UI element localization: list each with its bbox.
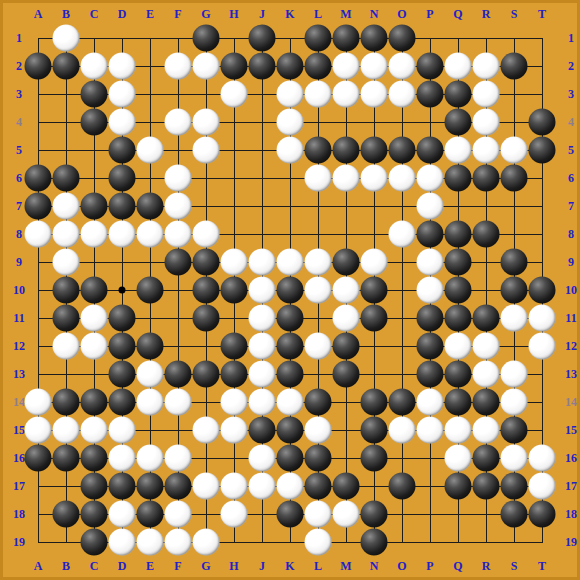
intersection-P16[interactable] [419, 447, 441, 469]
black-stone-J2[interactable] [249, 53, 276, 80]
intersection-E9[interactable] [139, 251, 161, 273]
intersection-Q18[interactable] [447, 503, 469, 525]
black-stone-P5[interactable] [417, 137, 444, 164]
white-stone-R13[interactable] [473, 361, 500, 388]
white-stone-A8[interactable] [25, 221, 52, 248]
intersection-N4[interactable] [363, 111, 385, 133]
intersection-Q7[interactable] [447, 195, 469, 217]
intersection-P18[interactable] [419, 503, 441, 525]
intersection-M16[interactable] [335, 447, 357, 469]
intersection-S1[interactable] [503, 27, 525, 49]
white-stone-E19[interactable] [137, 529, 164, 556]
white-stone-R4[interactable] [473, 109, 500, 136]
black-stone-S2[interactable] [501, 53, 528, 80]
intersection-E2[interactable] [139, 55, 161, 77]
black-stone-K11[interactable] [277, 305, 304, 332]
white-stone-C11[interactable] [81, 305, 108, 332]
intersection-H5[interactable] [223, 139, 245, 161]
black-stone-M1[interactable] [333, 25, 360, 52]
intersection-E3[interactable] [139, 83, 161, 105]
intersection-B5[interactable] [55, 139, 77, 161]
black-stone-C3[interactable] [81, 81, 108, 108]
white-stone-H15[interactable] [221, 417, 248, 444]
intersection-C9[interactable] [83, 251, 105, 273]
black-stone-P11[interactable] [417, 305, 444, 332]
intersection-T14[interactable] [531, 391, 553, 413]
black-stone-J1[interactable] [249, 25, 276, 52]
black-stone-K18[interactable] [277, 501, 304, 528]
white-stone-M10[interactable] [333, 277, 360, 304]
white-stone-B1[interactable] [53, 25, 80, 52]
black-stone-O5[interactable] [389, 137, 416, 164]
black-stone-H2[interactable] [221, 53, 248, 80]
white-stone-O15[interactable] [389, 417, 416, 444]
black-stone-Q11[interactable] [445, 305, 472, 332]
black-stone-S10[interactable] [501, 277, 528, 304]
white-stone-L12[interactable] [305, 333, 332, 360]
intersection-D10[interactable] [111, 279, 133, 301]
black-stone-D17[interactable] [109, 473, 136, 500]
intersection-A10[interactable] [27, 279, 49, 301]
intersection-M7[interactable] [335, 195, 357, 217]
black-stone-N19[interactable] [361, 529, 388, 556]
black-stone-B10[interactable] [53, 277, 80, 304]
black-stone-S17[interactable] [501, 473, 528, 500]
white-stone-D16[interactable] [109, 445, 136, 472]
white-stone-R15[interactable] [473, 417, 500, 444]
intersection-N13[interactable] [363, 363, 385, 385]
intersection-F10[interactable] [167, 279, 189, 301]
white-stone-E16[interactable] [137, 445, 164, 472]
intersection-O13[interactable] [391, 363, 413, 385]
white-stone-G4[interactable] [193, 109, 220, 136]
black-stone-N15[interactable] [361, 417, 388, 444]
black-stone-N11[interactable] [361, 305, 388, 332]
white-stone-J10[interactable] [249, 277, 276, 304]
intersection-C1[interactable] [83, 27, 105, 49]
black-stone-B14[interactable] [53, 389, 80, 416]
intersection-S3[interactable] [503, 83, 525, 105]
black-stone-L17[interactable] [305, 473, 332, 500]
white-stone-J9[interactable] [249, 249, 276, 276]
white-stone-J14[interactable] [249, 389, 276, 416]
intersection-Q19[interactable] [447, 531, 469, 553]
black-stone-E17[interactable] [137, 473, 164, 500]
white-stone-L10[interactable] [305, 277, 332, 304]
black-stone-G11[interactable] [193, 305, 220, 332]
intersection-O7[interactable] [391, 195, 413, 217]
black-stone-L2[interactable] [305, 53, 332, 80]
black-stone-L5[interactable] [305, 137, 332, 164]
black-stone-P8[interactable] [417, 221, 444, 248]
white-stone-Q16[interactable] [445, 445, 472, 472]
black-stone-C16[interactable] [81, 445, 108, 472]
intersection-K19[interactable] [279, 531, 301, 553]
black-stone-E10[interactable] [137, 277, 164, 304]
black-stone-C7[interactable] [81, 193, 108, 220]
intersection-F5[interactable] [167, 139, 189, 161]
white-stone-K9[interactable] [277, 249, 304, 276]
intersection-S4[interactable] [503, 111, 525, 133]
intersection-L4[interactable] [307, 111, 329, 133]
black-stone-P13[interactable] [417, 361, 444, 388]
white-stone-E13[interactable] [137, 361, 164, 388]
white-stone-T16[interactable] [529, 445, 556, 472]
black-stone-M13[interactable] [333, 361, 360, 388]
black-stone-K15[interactable] [277, 417, 304, 444]
intersection-A3[interactable] [27, 83, 49, 105]
white-stone-P14[interactable] [417, 389, 444, 416]
white-stone-M2[interactable] [333, 53, 360, 80]
white-stone-D15[interactable] [109, 417, 136, 444]
intersection-B4[interactable] [55, 111, 77, 133]
white-stone-B7[interactable] [53, 193, 80, 220]
intersection-H16[interactable] [223, 447, 245, 469]
black-stone-F9[interactable] [165, 249, 192, 276]
white-stone-B8[interactable] [53, 221, 80, 248]
white-stone-K4[interactable] [277, 109, 304, 136]
intersection-S12[interactable] [503, 335, 525, 357]
black-stone-K12[interactable] [277, 333, 304, 360]
white-stone-D8[interactable] [109, 221, 136, 248]
black-stone-Q13[interactable] [445, 361, 472, 388]
intersection-H7[interactable] [223, 195, 245, 217]
white-stone-R3[interactable] [473, 81, 500, 108]
black-stone-C4[interactable] [81, 109, 108, 136]
intersection-T2[interactable] [531, 55, 553, 77]
black-stone-N16[interactable] [361, 445, 388, 472]
intersection-O4[interactable] [391, 111, 413, 133]
intersection-P19[interactable] [419, 531, 441, 553]
intersection-D9[interactable] [111, 251, 133, 273]
white-stone-Q12[interactable] [445, 333, 472, 360]
white-stone-K5[interactable] [277, 137, 304, 164]
white-stone-J16[interactable] [249, 445, 276, 472]
black-stone-D14[interactable] [109, 389, 136, 416]
white-stone-H17[interactable] [221, 473, 248, 500]
intersection-B17[interactable] [55, 475, 77, 497]
black-stone-B16[interactable] [53, 445, 80, 472]
white-stone-P15[interactable] [417, 417, 444, 444]
black-stone-N10[interactable] [361, 277, 388, 304]
white-stone-Q15[interactable] [445, 417, 472, 444]
intersection-T7[interactable] [531, 195, 553, 217]
black-stone-O14[interactable] [389, 389, 416, 416]
intersection-K8[interactable] [279, 223, 301, 245]
black-stone-A16[interactable] [25, 445, 52, 472]
black-stone-C17[interactable] [81, 473, 108, 500]
white-stone-O3[interactable] [389, 81, 416, 108]
white-stone-A14[interactable] [25, 389, 52, 416]
intersection-A11[interactable] [27, 307, 49, 329]
black-stone-T10[interactable] [529, 277, 556, 304]
white-stone-O2[interactable] [389, 53, 416, 80]
black-stone-D11[interactable] [109, 305, 136, 332]
intersection-A13[interactable] [27, 363, 49, 385]
intersection-M19[interactable] [335, 531, 357, 553]
intersection-M15[interactable] [335, 419, 357, 441]
intersection-J4[interactable] [251, 111, 273, 133]
intersection-J6[interactable] [251, 167, 273, 189]
white-stone-G5[interactable] [193, 137, 220, 164]
black-stone-Q3[interactable] [445, 81, 472, 108]
intersection-H11[interactable] [223, 307, 245, 329]
intersection-P1[interactable] [419, 27, 441, 49]
intersection-J18[interactable] [251, 503, 273, 525]
white-stone-G2[interactable] [193, 53, 220, 80]
intersection-H19[interactable] [223, 531, 245, 553]
black-stone-P3[interactable] [417, 81, 444, 108]
black-stone-H10[interactable] [221, 277, 248, 304]
black-stone-E18[interactable] [137, 501, 164, 528]
white-stone-S13[interactable] [501, 361, 528, 388]
white-stone-T11[interactable] [529, 305, 556, 332]
white-stone-L19[interactable] [305, 529, 332, 556]
white-stone-R12[interactable] [473, 333, 500, 360]
intersection-H8[interactable] [223, 223, 245, 245]
white-stone-Q5[interactable] [445, 137, 472, 164]
black-stone-D7[interactable] [109, 193, 136, 220]
white-stone-R2[interactable] [473, 53, 500, 80]
black-stone-J15[interactable] [249, 417, 276, 444]
white-stone-G15[interactable] [193, 417, 220, 444]
black-stone-R16[interactable] [473, 445, 500, 472]
intersection-G6[interactable] [195, 167, 217, 189]
white-stone-Q2[interactable] [445, 53, 472, 80]
intersection-O18[interactable] [391, 503, 413, 525]
white-stone-K14[interactable] [277, 389, 304, 416]
intersection-H4[interactable] [223, 111, 245, 133]
white-stone-S14[interactable] [501, 389, 528, 416]
white-stone-C8[interactable] [81, 221, 108, 248]
white-stone-E5[interactable] [137, 137, 164, 164]
intersection-C6[interactable] [83, 167, 105, 189]
intersection-F1[interactable] [167, 27, 189, 49]
intersection-T3[interactable] [531, 83, 553, 105]
intersection-L13[interactable] [307, 363, 329, 385]
intersection-R7[interactable] [475, 195, 497, 217]
black-stone-N14[interactable] [361, 389, 388, 416]
white-stone-F14[interactable] [165, 389, 192, 416]
black-stone-G1[interactable] [193, 25, 220, 52]
intersection-J8[interactable] [251, 223, 273, 245]
white-stone-B12[interactable] [53, 333, 80, 360]
white-stone-A15[interactable] [25, 417, 52, 444]
white-stone-F19[interactable] [165, 529, 192, 556]
intersection-C5[interactable] [83, 139, 105, 161]
black-stone-Q14[interactable] [445, 389, 472, 416]
intersection-R1[interactable] [475, 27, 497, 49]
black-stone-C10[interactable] [81, 277, 108, 304]
intersection-E15[interactable] [139, 419, 161, 441]
white-stone-B15[interactable] [53, 417, 80, 444]
black-stone-S9[interactable] [501, 249, 528, 276]
intersection-O11[interactable] [391, 307, 413, 329]
white-stone-B9[interactable] [53, 249, 80, 276]
black-stone-B11[interactable] [53, 305, 80, 332]
black-stone-Q6[interactable] [445, 165, 472, 192]
black-stone-M17[interactable] [333, 473, 360, 500]
black-stone-S15[interactable] [501, 417, 528, 444]
white-stone-M3[interactable] [333, 81, 360, 108]
intersection-A19[interactable] [27, 531, 49, 553]
white-stone-M11[interactable] [333, 305, 360, 332]
white-stone-C15[interactable] [81, 417, 108, 444]
black-stone-L14[interactable] [305, 389, 332, 416]
intersection-L11[interactable] [307, 307, 329, 329]
black-stone-M9[interactable] [333, 249, 360, 276]
black-stone-F13[interactable] [165, 361, 192, 388]
intersection-K6[interactable] [279, 167, 301, 189]
intersection-A12[interactable] [27, 335, 49, 357]
black-stone-L1[interactable] [305, 25, 332, 52]
intersection-F11[interactable] [167, 307, 189, 329]
black-stone-T18[interactable] [529, 501, 556, 528]
black-stone-D12[interactable] [109, 333, 136, 360]
white-stone-C12[interactable] [81, 333, 108, 360]
intersection-H1[interactable] [223, 27, 245, 49]
white-stone-G17[interactable] [193, 473, 220, 500]
intersection-A4[interactable] [27, 111, 49, 133]
white-stone-F2[interactable] [165, 53, 192, 80]
white-stone-N6[interactable] [361, 165, 388, 192]
white-stone-D19[interactable] [109, 529, 136, 556]
black-stone-N5[interactable] [361, 137, 388, 164]
intersection-G7[interactable] [195, 195, 217, 217]
white-stone-R5[interactable] [473, 137, 500, 164]
intersection-M4[interactable] [335, 111, 357, 133]
intersection-P17[interactable] [419, 475, 441, 497]
black-stone-O17[interactable] [389, 473, 416, 500]
intersection-N8[interactable] [363, 223, 385, 245]
intersection-K7[interactable] [279, 195, 301, 217]
white-stone-O8[interactable] [389, 221, 416, 248]
intersection-R10[interactable] [475, 279, 497, 301]
intersection-E4[interactable] [139, 111, 161, 133]
black-stone-Q8[interactable] [445, 221, 472, 248]
black-stone-G10[interactable] [193, 277, 220, 304]
intersection-O12[interactable] [391, 335, 413, 357]
white-stone-P9[interactable] [417, 249, 444, 276]
black-stone-C19[interactable] [81, 529, 108, 556]
black-stone-Q17[interactable] [445, 473, 472, 500]
intersection-S7[interactable] [503, 195, 525, 217]
black-stone-E12[interactable] [137, 333, 164, 360]
intersection-S19[interactable] [503, 531, 525, 553]
white-stone-D2[interactable] [109, 53, 136, 80]
intersection-L8[interactable] [307, 223, 329, 245]
intersection-R18[interactable] [475, 503, 497, 525]
intersection-J5[interactable] [251, 139, 273, 161]
intersection-E1[interactable] [139, 27, 161, 49]
white-stone-H18[interactable] [221, 501, 248, 528]
intersection-T9[interactable] [531, 251, 553, 273]
black-stone-S18[interactable] [501, 501, 528, 528]
intersection-B3[interactable] [55, 83, 77, 105]
white-stone-N3[interactable] [361, 81, 388, 108]
white-stone-S11[interactable] [501, 305, 528, 332]
black-stone-G9[interactable] [193, 249, 220, 276]
black-stone-B2[interactable] [53, 53, 80, 80]
intersection-A9[interactable] [27, 251, 49, 273]
white-stone-K17[interactable] [277, 473, 304, 500]
intersection-G16[interactable] [195, 447, 217, 469]
white-stone-E8[interactable] [137, 221, 164, 248]
intersection-T15[interactable] [531, 419, 553, 441]
intersection-N12[interactable] [363, 335, 385, 357]
black-stone-A2[interactable] [25, 53, 52, 80]
black-stone-H12[interactable] [221, 333, 248, 360]
intersection-M8[interactable] [335, 223, 357, 245]
black-stone-R8[interactable] [473, 221, 500, 248]
intersection-O9[interactable] [391, 251, 413, 273]
white-stone-L3[interactable] [305, 81, 332, 108]
white-stone-N9[interactable] [361, 249, 388, 276]
black-stone-R14[interactable] [473, 389, 500, 416]
white-stone-N2[interactable] [361, 53, 388, 80]
intersection-O16[interactable] [391, 447, 413, 469]
intersection-T6[interactable] [531, 167, 553, 189]
black-stone-T5[interactable] [529, 137, 556, 164]
intersection-T19[interactable] [531, 531, 553, 553]
black-stone-B6[interactable] [53, 165, 80, 192]
black-stone-K2[interactable] [277, 53, 304, 80]
intersection-K1[interactable] [279, 27, 301, 49]
white-stone-O6[interactable] [389, 165, 416, 192]
black-stone-G13[interactable] [193, 361, 220, 388]
black-stone-H13[interactable] [221, 361, 248, 388]
white-stone-F6[interactable] [165, 165, 192, 192]
intersection-D1[interactable] [111, 27, 133, 49]
black-stone-P12[interactable] [417, 333, 444, 360]
white-stone-J11[interactable] [249, 305, 276, 332]
white-stone-D3[interactable] [109, 81, 136, 108]
black-stone-M5[interactable] [333, 137, 360, 164]
black-stone-A6[interactable] [25, 165, 52, 192]
black-stone-B18[interactable] [53, 501, 80, 528]
white-stone-C2[interactable] [81, 53, 108, 80]
white-stone-J12[interactable] [249, 333, 276, 360]
intersection-H6[interactable] [223, 167, 245, 189]
intersection-J7[interactable] [251, 195, 273, 217]
black-stone-D5[interactable] [109, 137, 136, 164]
black-stone-T4[interactable] [529, 109, 556, 136]
intersection-C13[interactable] [83, 363, 105, 385]
white-stone-M18[interactable] [333, 501, 360, 528]
black-stone-K10[interactable] [277, 277, 304, 304]
intersection-R9[interactable] [475, 251, 497, 273]
white-stone-E14[interactable] [137, 389, 164, 416]
white-stone-D18[interactable] [109, 501, 136, 528]
go-board[interactable]: AA11BB22CC33DD44EE55FF66GG77HH88JJ99KK10… [0, 0, 580, 580]
white-stone-D4[interactable] [109, 109, 136, 136]
black-stone-C18[interactable] [81, 501, 108, 528]
intersection-S8[interactable] [503, 223, 525, 245]
intersection-A18[interactable] [27, 503, 49, 525]
intersection-F15[interactable] [167, 419, 189, 441]
intersection-T13[interactable] [531, 363, 553, 385]
intersection-T8[interactable] [531, 223, 553, 245]
black-stone-M12[interactable] [333, 333, 360, 360]
white-stone-G8[interactable] [193, 221, 220, 248]
white-stone-F16[interactable] [165, 445, 192, 472]
white-stone-J13[interactable] [249, 361, 276, 388]
black-stone-D13[interactable] [109, 361, 136, 388]
intersection-F12[interactable] [167, 335, 189, 357]
black-stone-K13[interactable] [277, 361, 304, 388]
white-stone-J17[interactable] [249, 473, 276, 500]
white-stone-L15[interactable] [305, 417, 332, 444]
